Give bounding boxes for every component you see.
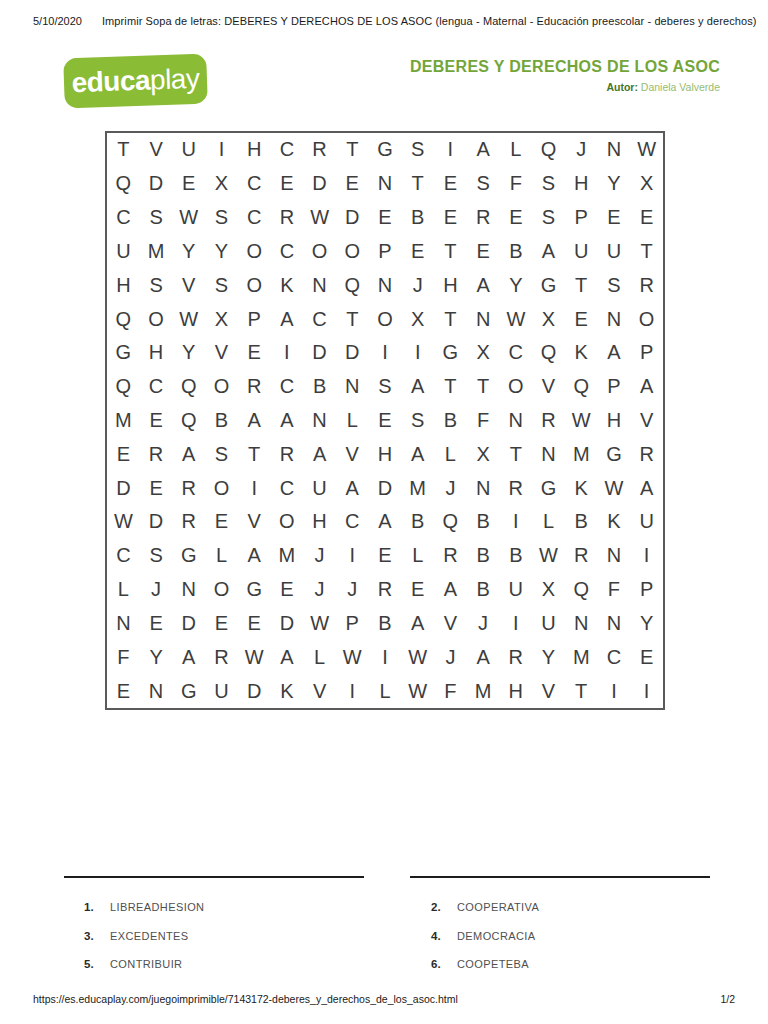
grid-cell-r17c15: T: [565, 674, 598, 708]
word-list-right: 2.COOPERATIVA4.DEMOCRACIA6.COOPETEBA: [431, 901, 539, 987]
grid-cell-r4c17: T: [630, 234, 663, 268]
grid-cell-r6c2: O: [140, 302, 173, 336]
grid-cell-r3c12: R: [467, 201, 500, 235]
grid-cell-r8c6: C: [271, 370, 304, 404]
grid-cell-r3c14: S: [532, 201, 565, 235]
grid-cell-r15c1: N: [107, 607, 140, 641]
word-search-grid: TVUIHCRTGSIALQJNWQDEXCEDENTESFSHYXCSWSCR…: [105, 131, 665, 710]
grid-cell-r15c3: D: [172, 607, 205, 641]
grid-cell-r13c8: I: [336, 539, 369, 573]
grid-cell-r7c5: E: [238, 336, 271, 370]
grid-cell-r10c2: R: [140, 437, 173, 471]
grid-cell-r4c9: P: [369, 234, 402, 268]
grid-cell-r1c3: U: [172, 133, 205, 167]
grid-cell-r8c9: S: [369, 370, 402, 404]
grid-cell-r16c9: I: [369, 640, 402, 674]
grid-cell-r10c13: T: [499, 437, 532, 471]
grid-cell-r9c15: W: [565, 404, 598, 438]
grid-cell-r1c11: I: [434, 133, 467, 167]
grid-cell-r4c4: Y: [205, 234, 238, 268]
grid-cell-r10c3: A: [172, 437, 205, 471]
grid-cell-r14c9: R: [369, 573, 402, 607]
grid-cell-r6c10: X: [401, 302, 434, 336]
grid-cell-r17c10: W: [401, 674, 434, 708]
grid-cell-r1c13: L: [499, 133, 532, 167]
grid-cell-r17c4: U: [205, 674, 238, 708]
grid-cell-r2c5: C: [238, 167, 271, 201]
grid-cell-r4c14: A: [532, 234, 565, 268]
grid-cell-r8c7: B: [303, 370, 336, 404]
grid-cell-r15c7: W: [303, 607, 336, 641]
word-list-item: 3.EXCEDENTES: [84, 930, 204, 959]
grid-cell-r17c8: I: [336, 674, 369, 708]
grid-cell-r3c10: B: [401, 201, 434, 235]
grid-cell-r17c3: G: [172, 674, 205, 708]
grid-cell-r2c14: S: [532, 167, 565, 201]
grid-cell-r16c8: W: [336, 640, 369, 674]
grid-cell-r5c4: S: [205, 268, 238, 302]
grid-cell-r2c12: S: [467, 167, 500, 201]
grid-cell-r11c13: R: [499, 471, 532, 505]
grid-cell-r4c3: Y: [172, 234, 205, 268]
grid-cell-r5c12: A: [467, 268, 500, 302]
grid-cell-r10c11: L: [434, 437, 467, 471]
grid-cell-r8c3: Q: [172, 370, 205, 404]
grid-cell-r11c11: J: [434, 471, 467, 505]
grid-cell-r17c9: L: [369, 674, 402, 708]
grid-cell-r12c2: D: [140, 505, 173, 539]
grid-cell-r14c8: J: [336, 573, 369, 607]
grid-cell-r12c15: B: [565, 505, 598, 539]
grid-cell-r13c4: L: [205, 539, 238, 573]
grid-cell-r13c6: M: [271, 539, 304, 573]
grid-cell-r17c13: H: [499, 674, 532, 708]
grid-cell-r13c13: B: [499, 539, 532, 573]
grid-cell-r3c8: D: [336, 201, 369, 235]
grid-cell-r9c14: R: [532, 404, 565, 438]
grid-cell-r13c10: L: [401, 539, 434, 573]
grid-cell-r6c17: O: [630, 302, 663, 336]
grid-cell-r3c11: E: [434, 201, 467, 235]
grid-cell-r17c1: E: [107, 674, 140, 708]
grid-cell-r12c17: U: [630, 505, 663, 539]
grid-cell-r10c5: T: [238, 437, 271, 471]
grid-cell-r17c7: V: [303, 674, 336, 708]
word-list-item: 2.COOPERATIVA: [431, 901, 539, 930]
grid-cell-r11c7: U: [303, 471, 336, 505]
grid-cell-r1c2: V: [140, 133, 173, 167]
grid-cell-r14c7: J: [303, 573, 336, 607]
grid-cell-r13c17: I: [630, 539, 663, 573]
grid-cell-r15c13: I: [499, 607, 532, 641]
grid-cell-r9c5: A: [238, 404, 271, 438]
grid-cell-r17c11: F: [434, 674, 467, 708]
grid-cell-r16c5: W: [238, 640, 271, 674]
grid-cell-r1c15: J: [565, 133, 598, 167]
grid-cell-r13c11: R: [434, 539, 467, 573]
grid-cell-r14c3: N: [172, 573, 205, 607]
grid-cell-r9c2: E: [140, 404, 173, 438]
grid-cell-r7c17: P: [630, 336, 663, 370]
grid-cell-r12c4: E: [205, 505, 238, 539]
word-number: 6.: [431, 958, 457, 970]
grid-cell-r5c10: J: [401, 268, 434, 302]
grid-cell-r14c16: F: [598, 573, 631, 607]
grid-cell-r13c12: B: [467, 539, 500, 573]
word-text: DEMOCRACIA: [457, 930, 536, 942]
grid-cell-r14c15: Q: [565, 573, 598, 607]
grid-cell-r2c15: H: [565, 167, 598, 201]
grid-cell-r2c16: Y: [598, 167, 631, 201]
grid-cell-r6c15: E: [565, 302, 598, 336]
grid-cell-r1c1: T: [107, 133, 140, 167]
grid-cell-r14c12: B: [467, 573, 500, 607]
grid-cell-r10c6: R: [271, 437, 304, 471]
grid-cell-r4c1: U: [107, 234, 140, 268]
grid-cell-r17c16: I: [598, 674, 631, 708]
grid-cell-r8c11: T: [434, 370, 467, 404]
grid-cell-r1c5: H: [238, 133, 271, 167]
grid-cell-r16c15: M: [565, 640, 598, 674]
grid-cell-r3c9: E: [369, 201, 402, 235]
grid-cell-r6c12: N: [467, 302, 500, 336]
grid-cell-r11c6: C: [271, 471, 304, 505]
grid-cell-r8c1: Q: [107, 370, 140, 404]
grid-cell-r6c1: Q: [107, 302, 140, 336]
grid-cell-r5c16: S: [598, 268, 631, 302]
word-number: 4.: [431, 930, 457, 942]
grid-cell-r9c9: E: [369, 404, 402, 438]
grid-cell-r5c5: O: [238, 268, 271, 302]
grid-cell-r2c2: D: [140, 167, 173, 201]
grid-cell-r6c11: T: [434, 302, 467, 336]
grid-cell-r8c14: V: [532, 370, 565, 404]
grid-cell-r5c8: Q: [336, 268, 369, 302]
grid-cell-r13c3: G: [172, 539, 205, 573]
grid-cell-r2c8: E: [336, 167, 369, 201]
grid-cell-r7c1: G: [107, 336, 140, 370]
grid-cell-r6c6: A: [271, 302, 304, 336]
grid-cell-r1c17: W: [630, 133, 663, 167]
grid-cell-r2c6: E: [271, 167, 304, 201]
grid-cell-r3c3: W: [172, 201, 205, 235]
grid-cell-r7c7: D: [303, 336, 336, 370]
grid-cell-r9c3: Q: [172, 404, 205, 438]
grid-cell-r11c8: A: [336, 471, 369, 505]
grid-cell-r7c13: C: [499, 336, 532, 370]
grid-cell-r9c11: B: [434, 404, 467, 438]
divider-right: [410, 876, 710, 878]
grid-cell-r8c13: O: [499, 370, 532, 404]
grid-cell-r14c13: U: [499, 573, 532, 607]
logo-text-educa: educa: [71, 67, 150, 98]
grid-cell-r4c11: T: [434, 234, 467, 268]
grid-cell-r12c7: H: [303, 505, 336, 539]
grid-cell-r2c9: N: [369, 167, 402, 201]
grid-cell-r4c8: O: [336, 234, 369, 268]
word-list-item: 5.CONTRIBUIR: [84, 958, 204, 987]
grid-cell-r7c16: A: [598, 336, 631, 370]
grid-cell-r10c4: S: [205, 437, 238, 471]
grid-cell-r8c17: A: [630, 370, 663, 404]
grid-cell-r9c17: V: [630, 404, 663, 438]
grid-cell-r6c3: W: [172, 302, 205, 336]
grid-cell-r5c14: G: [532, 268, 565, 302]
grid-cell-r3c7: W: [303, 201, 336, 235]
grid-cell-r14c17: P: [630, 573, 663, 607]
grid-cell-r11c4: O: [205, 471, 238, 505]
grid-cell-r17c2: N: [140, 674, 173, 708]
header-title: Imprimir Sopa de letras: DEBERES Y DEREC…: [82, 15, 757, 27]
grid-cell-r14c2: J: [140, 573, 173, 607]
grid-cell-r9c7: N: [303, 404, 336, 438]
grid-cell-r16c2: Y: [140, 640, 173, 674]
grid-cell-r12c6: O: [271, 505, 304, 539]
grid-cell-r13c7: J: [303, 539, 336, 573]
word-text: COOPETEBA: [457, 958, 529, 970]
grid-cell-r9c12: F: [467, 404, 500, 438]
grid-cell-r8c5: R: [238, 370, 271, 404]
grid-cell-r5c9: N: [369, 268, 402, 302]
divider-left: [64, 876, 364, 878]
grid-cell-r8c15: Q: [565, 370, 598, 404]
footer-url: https://es.educaplay.com/juegoimprimible…: [33, 993, 458, 1005]
grid-cell-r15c14: U: [532, 607, 565, 641]
grid-cell-r7c3: Y: [172, 336, 205, 370]
grid-cell-r16c17: E: [630, 640, 663, 674]
grid-cell-r16c1: F: [107, 640, 140, 674]
grid-cell-r17c14: V: [532, 674, 565, 708]
grid-cell-r12c11: Q: [434, 505, 467, 539]
grid-cell-r10c16: G: [598, 437, 631, 471]
grid-cell-r11c1: D: [107, 471, 140, 505]
educaplay-logo: educaplay: [63, 54, 208, 109]
grid-cell-r11c17: A: [630, 471, 663, 505]
grid-cell-r2c13: F: [499, 167, 532, 201]
grid-cell-r3c5: C: [238, 201, 271, 235]
grid-cell-r1c8: T: [336, 133, 369, 167]
grid-cell-r11c9: D: [369, 471, 402, 505]
grid-cell-r5c2: S: [140, 268, 173, 302]
grid-cell-r7c4: V: [205, 336, 238, 370]
grid-cell-r10c9: H: [369, 437, 402, 471]
grid-cell-r1c10: S: [401, 133, 434, 167]
grid-cell-r15c10: A: [401, 607, 434, 641]
grid-cell-r4c12: E: [467, 234, 500, 268]
grid-cell-r15c2: E: [140, 607, 173, 641]
grid-cell-r11c2: E: [140, 471, 173, 505]
grid-cell-r6c4: X: [205, 302, 238, 336]
word-text: LIBREADHESION: [110, 901, 204, 913]
grid-cell-r2c3: E: [172, 167, 205, 201]
grid-cell-r7c14: Q: [532, 336, 565, 370]
grid-cell-r15c16: N: [598, 607, 631, 641]
grid-cell-r16c11: J: [434, 640, 467, 674]
grid-cell-r3c6: R: [271, 201, 304, 235]
author-line: Autor: Daniela Valverde: [410, 81, 720, 93]
grid-cell-r10c15: M: [565, 437, 598, 471]
grid-cell-r15c4: E: [205, 607, 238, 641]
grid-cell-r4c15: U: [565, 234, 598, 268]
grid-cell-r13c2: S: [140, 539, 173, 573]
grid-cell-r8c10: A: [401, 370, 434, 404]
grid-cell-r16c4: R: [205, 640, 238, 674]
word-number: 1.: [84, 901, 110, 913]
grid-cell-r9c1: M: [107, 404, 140, 438]
grid-cell-r15c9: B: [369, 607, 402, 641]
grid-cell-r15c17: Y: [630, 607, 663, 641]
grid-cell-r14c6: E: [271, 573, 304, 607]
grid-cell-r7c6: I: [271, 336, 304, 370]
grid-cell-r12c3: R: [172, 505, 205, 539]
grid-cell-r5c6: K: [271, 268, 304, 302]
grid-cell-r4c7: O: [303, 234, 336, 268]
grid-cell-r9c8: L: [336, 404, 369, 438]
grid-cell-r9c4: B: [205, 404, 238, 438]
grid-cell-r2c7: D: [303, 167, 336, 201]
grid-cell-r16c12: A: [467, 640, 500, 674]
grid-cell-r2c17: X: [630, 167, 663, 201]
word-list-left: 1.LIBREADHESION3.EXCEDENTES5.CONTRIBUIR: [84, 901, 204, 987]
grid-cell-r15c12: J: [467, 607, 500, 641]
grid-cell-r6c7: C: [303, 302, 336, 336]
logo-text-play: play: [150, 65, 200, 95]
word-list-item: 1.LIBREADHESION: [84, 901, 204, 930]
grid-cell-r7c8: D: [336, 336, 369, 370]
word-number: 5.: [84, 958, 110, 970]
word-number: 3.: [84, 930, 110, 942]
grid-cell-r7c11: G: [434, 336, 467, 370]
grid-cell-r16c6: A: [271, 640, 304, 674]
author-name: Daniela Valverde: [641, 81, 720, 93]
grid-cell-r14c11: A: [434, 573, 467, 607]
word-text: CONTRIBUIR: [110, 958, 182, 970]
grid-cell-r1c14: Q: [532, 133, 565, 167]
grid-cell-r17c12: M: [467, 674, 500, 708]
grid-cell-r16c7: L: [303, 640, 336, 674]
grid-cell-r6c5: P: [238, 302, 271, 336]
grid-cell-r14c10: E: [401, 573, 434, 607]
grid-cell-r10c7: A: [303, 437, 336, 471]
grid-cell-r11c3: R: [172, 471, 205, 505]
grid-cell-r4c6: C: [271, 234, 304, 268]
grid-cell-r13c15: R: [565, 539, 598, 573]
grid-cell-r15c5: E: [238, 607, 271, 641]
grid-cell-r3c4: S: [205, 201, 238, 235]
grid-cell-r5c15: T: [565, 268, 598, 302]
grid-cell-r12c12: B: [467, 505, 500, 539]
grid-cell-r16c14: Y: [532, 640, 565, 674]
grid-cell-r12c10: B: [401, 505, 434, 539]
word-text: COOPERATIVA: [457, 901, 539, 913]
grid-cell-r10c8: V: [336, 437, 369, 471]
grid-cell-r11c5: I: [238, 471, 271, 505]
grid-cell-r3c15: P: [565, 201, 598, 235]
grid-cell-r7c12: X: [467, 336, 500, 370]
grid-cell-r8c2: C: [140, 370, 173, 404]
grid-cell-r17c5: D: [238, 674, 271, 708]
grid-cell-r3c13: E: [499, 201, 532, 235]
grid-cell-r7c2: H: [140, 336, 173, 370]
grid-cell-r6c13: W: [499, 302, 532, 336]
header-date: 5/10/2020: [33, 15, 82, 27]
grid-cell-r10c10: A: [401, 437, 434, 471]
grid-cell-r2c1: Q: [107, 167, 140, 201]
grid-cell-r3c17: E: [630, 201, 663, 235]
grid-cell-r12c8: C: [336, 505, 369, 539]
grid-cell-r7c10: I: [401, 336, 434, 370]
grid-cell-r10c14: N: [532, 437, 565, 471]
grid-cell-r12c1: W: [107, 505, 140, 539]
grid-cell-r1c7: R: [303, 133, 336, 167]
grid-cell-r11c15: K: [565, 471, 598, 505]
grid-cell-r16c3: A: [172, 640, 205, 674]
grid-cell-r10c1: E: [107, 437, 140, 471]
grid-cell-r8c4: O: [205, 370, 238, 404]
grid-cell-r11c10: M: [401, 471, 434, 505]
grid-cell-r13c1: C: [107, 539, 140, 573]
grid-cell-r2c4: X: [205, 167, 238, 201]
grid-cell-r16c13: R: [499, 640, 532, 674]
print-footer: https://es.educaplay.com/juegoimprimible…: [33, 993, 735, 1005]
grid-cell-r12c5: V: [238, 505, 271, 539]
grid-cell-r15c15: N: [565, 607, 598, 641]
grid-cell-r1c4: I: [205, 133, 238, 167]
grid-cell-r14c4: O: [205, 573, 238, 607]
grid-cell-r16c16: C: [598, 640, 631, 674]
word-list-item: 4.DEMOCRACIA: [431, 930, 539, 959]
grid-cell-r13c9: E: [369, 539, 402, 573]
grid-cell-r9c13: N: [499, 404, 532, 438]
grid-cell-r7c9: I: [369, 336, 402, 370]
grid-cell-r12c13: I: [499, 505, 532, 539]
grid-cell-r17c6: K: [271, 674, 304, 708]
grid-cell-r12c9: A: [369, 505, 402, 539]
page-title: DEBERES Y DERECHOS DE LOS ASOC: [410, 58, 720, 76]
grid-cell-r9c6: A: [271, 404, 304, 438]
grid-cell-r12c14: L: [532, 505, 565, 539]
grid-cell-r4c10: E: [401, 234, 434, 268]
grid-cell-r1c16: N: [598, 133, 631, 167]
footer-page-number: 1/2: [720, 993, 735, 1005]
grid-cell-r15c8: P: [336, 607, 369, 641]
grid-cell-r17c17: I: [630, 674, 663, 708]
grid-cell-r6c14: X: [532, 302, 565, 336]
grid-cell-r11c14: G: [532, 471, 565, 505]
grid-cell-r5c1: H: [107, 268, 140, 302]
word-text: EXCEDENTES: [110, 930, 189, 942]
grid-cell-r6c9: O: [369, 302, 402, 336]
grid-cell-r2c10: T: [401, 167, 434, 201]
grid-cell-r6c16: N: [598, 302, 631, 336]
grid-cell-r10c17: R: [630, 437, 663, 471]
print-page: 5/10/2020 Imprimir Sopa de letras: DEBER…: [0, 0, 768, 1024]
grid-cell-r8c8: N: [336, 370, 369, 404]
grid-cell-r9c16: H: [598, 404, 631, 438]
grid-cell-r13c14: W: [532, 539, 565, 573]
grid-cell-r16c10: W: [401, 640, 434, 674]
grid-cell-r12c16: K: [598, 505, 631, 539]
grid-cell-r1c12: A: [467, 133, 500, 167]
grid-cell-r11c12: N: [467, 471, 500, 505]
activity-title-block: DEBERES Y DERECHOS DE LOS ASOC Autor: Da…: [410, 58, 720, 93]
grid-cell-r3c16: E: [598, 201, 631, 235]
grid-cell-r10c12: X: [467, 437, 500, 471]
grid-cell-r4c5: O: [238, 234, 271, 268]
grid-cell-r13c5: A: [238, 539, 271, 573]
grid-cell-r5c11: H: [434, 268, 467, 302]
grid-cell-r9c10: S: [401, 404, 434, 438]
